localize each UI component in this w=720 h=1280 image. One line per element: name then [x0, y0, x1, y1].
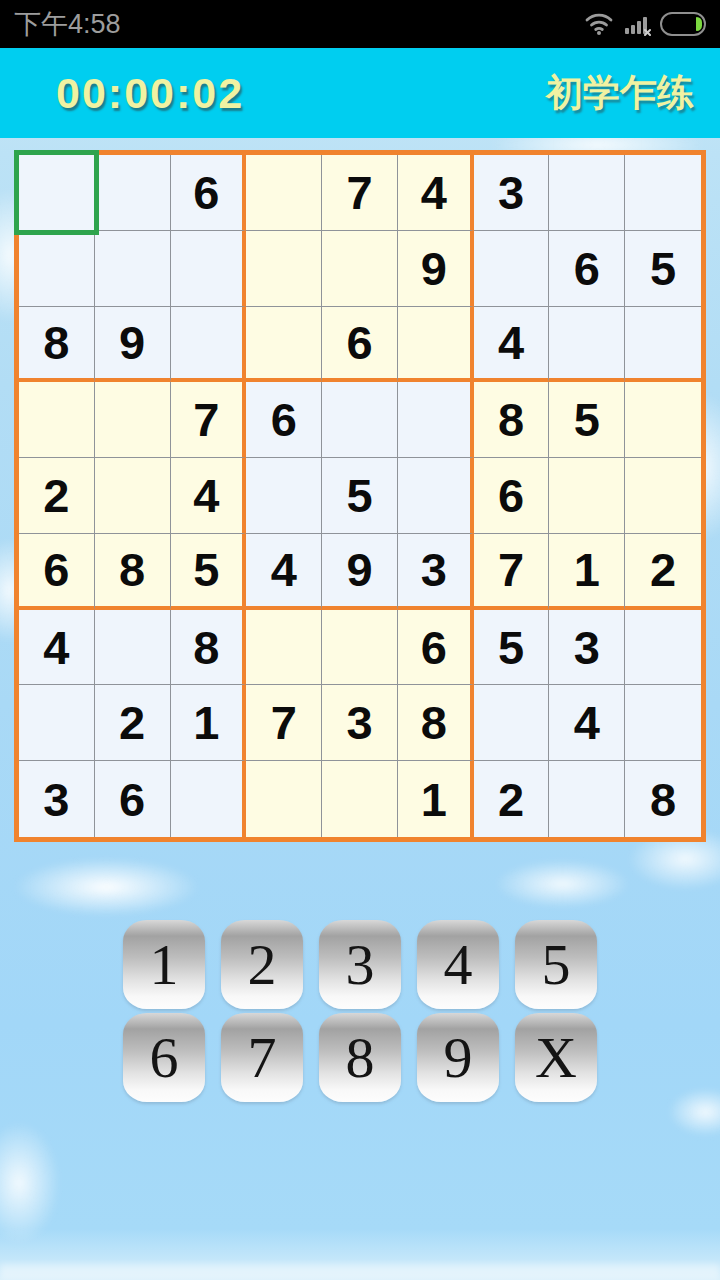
- cell-r3c6[interactable]: [398, 307, 474, 383]
- key-6[interactable]: 6: [123, 1013, 205, 1102]
- cloud: [495, 860, 630, 908]
- key-3[interactable]: 3: [319, 920, 401, 1009]
- cell-r9c4[interactable]: [246, 761, 322, 837]
- cell-r5c8[interactable]: [549, 458, 625, 534]
- cell-r7c7[interactable]: 5: [474, 610, 550, 686]
- cell-r4c8[interactable]: 5: [549, 382, 625, 458]
- cell-r2c8[interactable]: 6: [549, 231, 625, 307]
- battery-icon: [660, 12, 706, 36]
- cell-r5c7[interactable]: 6: [474, 458, 550, 534]
- cell-r5c2[interactable]: [95, 458, 171, 534]
- cell-r2c6[interactable]: 9: [398, 231, 474, 307]
- cell-r9c5[interactable]: [322, 761, 398, 837]
- cell-r5c4[interactable]: [246, 458, 322, 534]
- cell-r1c5[interactable]: 7: [322, 155, 398, 231]
- cell-r7c6[interactable]: 6: [398, 610, 474, 686]
- cell-r1c8[interactable]: [549, 155, 625, 231]
- cell-r8c5[interactable]: 3: [322, 685, 398, 761]
- cell-r8c8[interactable]: 4: [549, 685, 625, 761]
- cell-r7c8[interactable]: 3: [549, 610, 625, 686]
- wifi-icon: [584, 12, 614, 36]
- cell-r4c5[interactable]: [322, 382, 398, 458]
- cell-r5c5[interactable]: 5: [322, 458, 398, 534]
- cell-r9c2[interactable]: 6: [95, 761, 171, 837]
- cell-r3c9[interactable]: [625, 307, 701, 383]
- key-X[interactable]: X: [515, 1013, 597, 1102]
- signal-icon: [623, 12, 651, 36]
- keypad-row-1: 12345: [0, 920, 720, 1009]
- cloud: [0, 1122, 60, 1244]
- cell-r3c5[interactable]: 6: [322, 307, 398, 383]
- clock-label: 下午4:58: [14, 6, 121, 42]
- cell-r2c2[interactable]: [95, 231, 171, 307]
- cell-r6c3[interactable]: 5: [171, 534, 247, 610]
- cell-r5c1[interactable]: 2: [19, 458, 95, 534]
- cell-r9c9[interactable]: 8: [625, 761, 701, 837]
- sudoku-board: 6743965896476852456685493712486532173843…: [14, 150, 706, 842]
- cell-r9c6[interactable]: 1: [398, 761, 474, 837]
- cell-r1c4[interactable]: [246, 155, 322, 231]
- status-bar: 下午4:58: [0, 0, 720, 48]
- key-5[interactable]: 5: [515, 920, 597, 1009]
- cell-r3c3[interactable]: [171, 307, 247, 383]
- cell-r5c3[interactable]: 4: [171, 458, 247, 534]
- key-1[interactable]: 1: [123, 920, 205, 1009]
- cell-r6c6[interactable]: 3: [398, 534, 474, 610]
- cell-r5c9[interactable]: [625, 458, 701, 534]
- cell-r4c9[interactable]: [625, 382, 701, 458]
- cell-r3c4[interactable]: [246, 307, 322, 383]
- cell-r8c7[interactable]: [474, 685, 550, 761]
- cell-r8c2[interactable]: 2: [95, 685, 171, 761]
- cell-r1c7[interactable]: 3: [474, 155, 550, 231]
- cell-r1c2[interactable]: [95, 155, 171, 231]
- header: 00:00:02 初学乍练: [0, 48, 720, 138]
- cell-r4c6[interactable]: [398, 382, 474, 458]
- keypad-row-2: 6789X: [0, 1013, 720, 1102]
- cell-r6c5[interactable]: 9: [322, 534, 398, 610]
- difficulty-label: 初学乍练: [546, 68, 694, 118]
- cell-r7c9[interactable]: [625, 610, 701, 686]
- key-9[interactable]: 9: [417, 1013, 499, 1102]
- cell-r1c3[interactable]: 6: [171, 155, 247, 231]
- key-4[interactable]: 4: [417, 920, 499, 1009]
- cell-r6c2[interactable]: 8: [95, 534, 171, 610]
- app-screen: 下午4:58: [0, 0, 720, 1280]
- cell-r3c8[interactable]: [549, 307, 625, 383]
- cell-r9c7[interactable]: 2: [474, 761, 550, 837]
- cell-r1c1[interactable]: [19, 155, 95, 231]
- cell-r3c2[interactable]: 9: [95, 307, 171, 383]
- cell-r6c9[interactable]: 2: [625, 534, 701, 610]
- cell-r9c1[interactable]: 3: [19, 761, 95, 837]
- cell-r4c3[interactable]: 7: [171, 382, 247, 458]
- cell-r7c3[interactable]: 8: [171, 610, 247, 686]
- cell-r8c4[interactable]: 7: [246, 685, 322, 761]
- cell-r3c1[interactable]: 8: [19, 307, 95, 383]
- cell-r1c9[interactable]: [625, 155, 701, 231]
- cell-r2c5[interactable]: [322, 231, 398, 307]
- cell-r8c3[interactable]: 1: [171, 685, 247, 761]
- key-8[interactable]: 8: [319, 1013, 401, 1102]
- status-icons: [584, 12, 706, 36]
- cell-r6c8[interactable]: 1: [549, 534, 625, 610]
- key-7[interactable]: 7: [221, 1013, 303, 1102]
- cell-r5c6[interactable]: [398, 458, 474, 534]
- cell-r9c8[interactable]: [549, 761, 625, 837]
- cell-r7c4[interactable]: [246, 610, 322, 686]
- cell-r4c4[interactable]: 6: [246, 382, 322, 458]
- cell-r8c9[interactable]: [625, 685, 701, 761]
- key-2[interactable]: 2: [221, 920, 303, 1009]
- cell-r1c6[interactable]: 4: [398, 155, 474, 231]
- cell-r2c9[interactable]: 5: [625, 231, 701, 307]
- cloud-strip: [0, 1264, 720, 1280]
- timer-label: 00:00:02: [56, 69, 244, 118]
- cell-r7c2[interactable]: [95, 610, 171, 686]
- cell-r2c3[interactable]: [171, 231, 247, 307]
- cell-r6c1[interactable]: 6: [19, 534, 95, 610]
- cell-r4c7[interactable]: 8: [474, 382, 550, 458]
- cell-r2c1[interactable]: [19, 231, 95, 307]
- cell-r9c3[interactable]: [171, 761, 247, 837]
- cell-r8c1[interactable]: [19, 685, 95, 761]
- cell-r6c7[interactable]: 7: [474, 534, 550, 610]
- cell-r8c6[interactable]: 8: [398, 685, 474, 761]
- cell-r7c1[interactable]: 4: [19, 610, 95, 686]
- cell-r6c4[interactable]: 4: [246, 534, 322, 610]
- cell-r3c7[interactable]: 4: [474, 307, 550, 383]
- cell-r4c1[interactable]: [19, 382, 95, 458]
- cell-r4c2[interactable]: [95, 382, 171, 458]
- cloud: [14, 858, 199, 916]
- cell-r2c7[interactable]: [474, 231, 550, 307]
- cell-r7c5[interactable]: [322, 610, 398, 686]
- cell-r2c4[interactable]: [246, 231, 322, 307]
